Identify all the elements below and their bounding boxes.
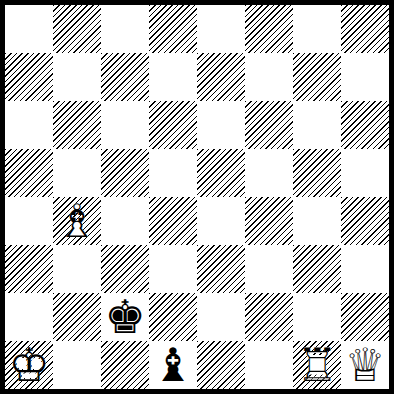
square-h3[interactable]	[341, 245, 389, 293]
white-queen-fill-icon: ♛	[341, 341, 389, 389]
square-f8[interactable]	[245, 5, 293, 53]
square-d8[interactable]	[149, 5, 197, 53]
square-e7[interactable]	[197, 53, 245, 101]
black-king-fill-icon: ♚	[101, 293, 149, 341]
square-e6[interactable]	[197, 101, 245, 149]
square-e4[interactable]	[197, 197, 245, 245]
square-h4[interactable]	[341, 197, 389, 245]
square-e8[interactable]	[197, 5, 245, 53]
white-king-icon: ♔	[5, 341, 53, 389]
white-rook-fill-icon: ♜	[293, 341, 341, 389]
square-b7[interactable]	[53, 53, 101, 101]
square-a7[interactable]	[5, 53, 53, 101]
square-d5[interactable]	[149, 149, 197, 197]
square-d2[interactable]	[149, 293, 197, 341]
square-g3[interactable]	[293, 245, 341, 293]
white-king-fill-icon: ♚	[5, 341, 53, 389]
square-g1[interactable]: ♜♖	[293, 341, 341, 389]
square-a1[interactable]: ♚♔	[5, 341, 53, 389]
white-queen-icon: ♕	[341, 341, 389, 389]
square-a4[interactable]	[5, 197, 53, 245]
square-g6[interactable]	[293, 101, 341, 149]
square-d1[interactable]: ♝♝	[149, 341, 197, 389]
black-bishop-fill-icon: ♝	[149, 341, 197, 389]
square-g2[interactable]	[293, 293, 341, 341]
square-b1[interactable]	[53, 341, 101, 389]
square-f6[interactable]	[245, 101, 293, 149]
square-c1[interactable]	[101, 341, 149, 389]
square-g7[interactable]	[293, 53, 341, 101]
white-bishop-fill-icon: ♝	[53, 197, 101, 245]
square-c2[interactable]: ♚♚	[101, 293, 149, 341]
square-f7[interactable]	[245, 53, 293, 101]
square-f2[interactable]	[245, 293, 293, 341]
square-g4[interactable]	[293, 197, 341, 245]
square-h2[interactable]	[341, 293, 389, 341]
square-c8[interactable]	[101, 5, 149, 53]
square-a3[interactable]	[5, 245, 53, 293]
square-g5[interactable]	[293, 149, 341, 197]
square-a6[interactable]	[5, 101, 53, 149]
black-king-icon: ♚	[101, 293, 149, 341]
square-h5[interactable]	[341, 149, 389, 197]
square-d3[interactable]	[149, 245, 197, 293]
square-e2[interactable]	[197, 293, 245, 341]
square-d4[interactable]	[149, 197, 197, 245]
square-f4[interactable]	[245, 197, 293, 245]
square-b8[interactable]	[53, 5, 101, 53]
square-d7[interactable]	[149, 53, 197, 101]
white-rook-icon: ♖	[293, 341, 341, 389]
square-c7[interactable]	[101, 53, 149, 101]
square-h1[interactable]: ♛♕	[341, 341, 389, 389]
white-bishop-icon: ♗	[53, 197, 101, 245]
square-b6[interactable]	[53, 101, 101, 149]
square-b2[interactable]	[53, 293, 101, 341]
square-b4[interactable]: ♝♗	[53, 197, 101, 245]
square-c6[interactable]	[101, 101, 149, 149]
square-h7[interactable]	[341, 53, 389, 101]
square-a8[interactable]	[5, 5, 53, 53]
square-a2[interactable]	[5, 293, 53, 341]
square-b3[interactable]	[53, 245, 101, 293]
square-d6[interactable]	[149, 101, 197, 149]
square-f1[interactable]	[245, 341, 293, 389]
square-a5[interactable]	[5, 149, 53, 197]
square-e1[interactable]	[197, 341, 245, 389]
square-f5[interactable]	[245, 149, 293, 197]
square-e5[interactable]	[197, 149, 245, 197]
square-h6[interactable]	[341, 101, 389, 149]
square-c4[interactable]	[101, 197, 149, 245]
black-bishop-icon: ♝	[149, 341, 197, 389]
square-e3[interactable]	[197, 245, 245, 293]
square-c3[interactable]	[101, 245, 149, 293]
square-c5[interactable]	[101, 149, 149, 197]
board-frame: ♝♗♚♚♚♔♝♝♜♖♛♕	[0, 0, 394, 394]
square-b5[interactable]	[53, 149, 101, 197]
chess-board: ♝♗♚♚♚♔♝♝♜♖♛♕	[5, 5, 389, 389]
square-f3[interactable]	[245, 245, 293, 293]
square-h8[interactable]	[341, 5, 389, 53]
square-g8[interactable]	[293, 5, 341, 53]
